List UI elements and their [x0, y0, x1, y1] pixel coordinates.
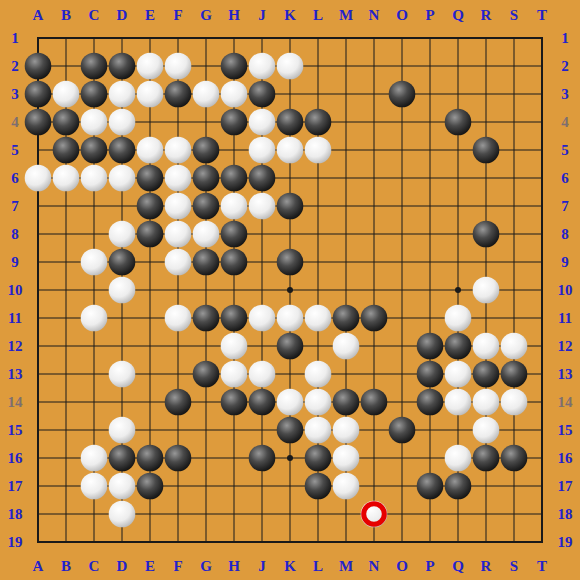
stone-white-K11 [277, 305, 304, 332]
col-label-top-H: H [228, 7, 240, 23]
stone-white-F9 [165, 249, 192, 276]
row-label-left-12: 12 [8, 338, 23, 354]
last-move-N18 [361, 501, 388, 528]
row-label-right-16: 16 [558, 450, 574, 466]
stone-black-J6 [249, 165, 276, 192]
stone-white-G8 [193, 221, 220, 248]
stone-white-R10 [473, 277, 500, 304]
col-label-bottom-R: R [481, 558, 492, 574]
stone-black-B4 [53, 109, 80, 136]
row-label-left-2: 2 [11, 58, 19, 74]
stone-black-S13 [501, 361, 528, 388]
col-label-bottom-P: P [425, 558, 434, 574]
col-label-bottom-S: S [510, 558, 518, 574]
row-label-right-8: 8 [561, 226, 569, 242]
stone-white-E2 [137, 53, 164, 80]
stone-black-H14 [221, 389, 248, 416]
col-label-top-K: K [284, 7, 296, 23]
col-label-top-M: M [339, 7, 353, 23]
stone-white-M15 [333, 417, 360, 444]
stone-white-S14 [501, 389, 528, 416]
stone-white-H3 [221, 81, 248, 108]
col-label-top-Q: Q [452, 7, 464, 23]
stone-black-C2 [81, 53, 108, 80]
row-label-right-6: 6 [561, 170, 569, 186]
col-label-bottom-D: D [117, 558, 128, 574]
stone-black-R5 [473, 137, 500, 164]
stone-white-J4 [249, 109, 276, 136]
stone-black-G9 [193, 249, 220, 276]
row-label-right-15: 15 [558, 422, 573, 438]
row-label-right-9: 9 [561, 254, 569, 270]
stone-white-D8 [109, 221, 136, 248]
stone-white-D15 [109, 417, 136, 444]
row-label-right-11: 11 [558, 310, 572, 326]
stone-black-J14 [249, 389, 276, 416]
stone-white-F5 [165, 137, 192, 164]
stone-black-P13 [417, 361, 444, 388]
stone-black-H9 [221, 249, 248, 276]
row-label-right-7: 7 [561, 198, 569, 214]
stone-white-K5 [277, 137, 304, 164]
stone-black-L4 [305, 109, 332, 136]
stone-white-J13 [249, 361, 276, 388]
stone-black-O3 [389, 81, 416, 108]
col-label-bottom-O: O [396, 558, 408, 574]
col-label-top-O: O [396, 7, 408, 23]
row-label-left-13: 13 [8, 366, 23, 382]
stone-white-D3 [109, 81, 136, 108]
stone-white-H12 [221, 333, 248, 360]
row-label-left-17: 17 [8, 478, 24, 494]
stone-white-M16 [333, 445, 360, 472]
stone-white-F2 [165, 53, 192, 80]
stone-white-D17 [109, 473, 136, 500]
col-label-bottom-B: B [61, 558, 71, 574]
stone-black-K9 [277, 249, 304, 276]
stone-black-A2 [25, 53, 52, 80]
stone-black-H8 [221, 221, 248, 248]
stone-white-L13 [305, 361, 332, 388]
stone-black-P14 [417, 389, 444, 416]
row-label-right-5: 5 [561, 142, 569, 158]
star-point [287, 287, 293, 293]
col-label-bottom-E: E [145, 558, 155, 574]
stone-white-E3 [137, 81, 164, 108]
col-label-top-C: C [89, 7, 100, 23]
row-label-left-7: 7 [11, 198, 19, 214]
stone-black-H11 [221, 305, 248, 332]
stone-black-E16 [137, 445, 164, 472]
col-label-bottom-J: J [258, 558, 266, 574]
stone-black-P12 [417, 333, 444, 360]
col-label-top-R: R [481, 7, 492, 23]
row-label-left-6: 6 [11, 170, 19, 186]
col-label-bottom-A: A [33, 558, 44, 574]
row-label-left-16: 16 [8, 450, 24, 466]
stone-black-L16 [305, 445, 332, 472]
stone-black-R13 [473, 361, 500, 388]
stone-white-F11 [165, 305, 192, 332]
stone-white-Q16 [445, 445, 472, 472]
stone-black-D5 [109, 137, 136, 164]
col-label-bottom-L: L [313, 558, 323, 574]
stone-black-P17 [417, 473, 444, 500]
stone-white-L11 [305, 305, 332, 332]
col-label-bottom-T: T [537, 558, 547, 574]
col-label-bottom-M: M [339, 558, 353, 574]
col-label-top-J: J [258, 7, 266, 23]
col-label-bottom-Q: Q [452, 558, 464, 574]
stone-black-L17 [305, 473, 332, 500]
stone-white-E5 [137, 137, 164, 164]
stone-black-F14 [165, 389, 192, 416]
row-label-right-1: 1 [561, 30, 569, 46]
col-label-top-A: A [33, 7, 44, 23]
row-label-left-3: 3 [11, 86, 19, 102]
col-label-bottom-G: G [200, 558, 212, 574]
stone-black-R8 [473, 221, 500, 248]
col-label-bottom-K: K [284, 558, 296, 574]
row-label-left-11: 11 [8, 310, 22, 326]
stone-white-B3 [53, 81, 80, 108]
col-label-bottom-H: H [228, 558, 240, 574]
stone-white-C6 [81, 165, 108, 192]
stone-black-D16 [109, 445, 136, 472]
col-label-bottom-N: N [369, 558, 380, 574]
stone-black-A3 [25, 81, 52, 108]
row-label-left-5: 5 [11, 142, 19, 158]
stone-white-H13 [221, 361, 248, 388]
stone-white-D10 [109, 277, 136, 304]
stone-white-K14 [277, 389, 304, 416]
stone-black-S16 [501, 445, 528, 472]
stone-black-D2 [109, 53, 136, 80]
row-label-right-10: 10 [558, 282, 573, 298]
stone-black-N14 [361, 389, 388, 416]
stone-white-D13 [109, 361, 136, 388]
stone-black-E17 [137, 473, 164, 500]
stone-black-Q12 [445, 333, 472, 360]
stone-black-E7 [137, 193, 164, 220]
stone-black-E8 [137, 221, 164, 248]
stone-white-G3 [193, 81, 220, 108]
stone-black-H6 [221, 165, 248, 192]
go-board-app: AA11BB22CC33DD44EE55FF66GG77HH88JJ99KK10… [0, 0, 580, 580]
stone-white-S12 [501, 333, 528, 360]
stone-white-D4 [109, 109, 136, 136]
row-label-left-9: 9 [11, 254, 19, 270]
row-label-left-14: 14 [8, 394, 24, 410]
stone-black-H4 [221, 109, 248, 136]
stone-white-L15 [305, 417, 332, 444]
stone-white-B6 [53, 165, 80, 192]
col-label-top-D: D [117, 7, 128, 23]
stone-black-N11 [361, 305, 388, 332]
col-label-top-B: B [61, 7, 71, 23]
stone-black-F16 [165, 445, 192, 472]
stone-black-E6 [137, 165, 164, 192]
stone-black-K4 [277, 109, 304, 136]
stone-white-D6 [109, 165, 136, 192]
row-label-left-19: 19 [8, 534, 23, 550]
stone-white-R15 [473, 417, 500, 444]
row-label-right-12: 12 [558, 338, 573, 354]
row-label-left-18: 18 [8, 506, 23, 522]
row-label-right-19: 19 [558, 534, 573, 550]
row-label-right-2: 2 [561, 58, 569, 74]
row-label-right-4: 4 [561, 114, 569, 130]
stone-black-H2 [221, 53, 248, 80]
stone-black-O15 [389, 417, 416, 444]
row-label-right-3: 3 [561, 86, 569, 102]
stone-white-R12 [473, 333, 500, 360]
stone-black-G11 [193, 305, 220, 332]
stone-white-C16 [81, 445, 108, 472]
row-label-right-18: 18 [558, 506, 573, 522]
go-board[interactable]: AA11BB22CC33DD44EE55FF66GG77HH88JJ99KK10… [0, 0, 580, 580]
stone-white-J7 [249, 193, 276, 220]
row-label-right-13: 13 [558, 366, 573, 382]
row-label-left-4: 4 [11, 114, 19, 130]
col-label-top-G: G [200, 7, 212, 23]
col-label-top-E: E [145, 7, 155, 23]
row-label-left-15: 15 [8, 422, 23, 438]
stone-black-K7 [277, 193, 304, 220]
stone-white-Q13 [445, 361, 472, 388]
stone-black-G7 [193, 193, 220, 220]
row-label-left-8: 8 [11, 226, 19, 242]
stone-black-Q4 [445, 109, 472, 136]
stone-white-M17 [333, 473, 360, 500]
stone-black-M14 [333, 389, 360, 416]
col-label-top-L: L [313, 7, 323, 23]
star-point [455, 287, 461, 293]
col-label-top-N: N [369, 7, 380, 23]
col-label-top-F: F [173, 7, 182, 23]
stone-black-R16 [473, 445, 500, 472]
stone-white-Q11 [445, 305, 472, 332]
stone-white-H7 [221, 193, 248, 220]
stone-black-K12 [277, 333, 304, 360]
stone-black-J3 [249, 81, 276, 108]
stone-black-C3 [81, 81, 108, 108]
stone-black-G6 [193, 165, 220, 192]
stone-white-C11 [81, 305, 108, 332]
stone-black-G13 [193, 361, 220, 388]
stone-white-R14 [473, 389, 500, 416]
stone-white-L14 [305, 389, 332, 416]
col-label-top-P: P [425, 7, 434, 23]
stone-white-Q14 [445, 389, 472, 416]
stone-white-A6 [25, 165, 52, 192]
stone-white-C17 [81, 473, 108, 500]
stone-black-G5 [193, 137, 220, 164]
stone-white-J2 [249, 53, 276, 80]
stone-white-L5 [305, 137, 332, 164]
col-label-bottom-C: C [89, 558, 100, 574]
stone-white-D18 [109, 501, 136, 528]
stone-black-D9 [109, 249, 136, 276]
stone-white-F8 [165, 221, 192, 248]
stone-white-J11 [249, 305, 276, 332]
stone-black-F3 [165, 81, 192, 108]
stone-white-C4 [81, 109, 108, 136]
stone-black-K15 [277, 417, 304, 444]
col-label-bottom-F: F [173, 558, 182, 574]
stone-black-A4 [25, 109, 52, 136]
stone-black-B5 [53, 137, 80, 164]
row-label-left-1: 1 [11, 30, 19, 46]
stone-white-J5 [249, 137, 276, 164]
row-label-right-17: 17 [558, 478, 574, 494]
stone-white-M12 [333, 333, 360, 360]
stone-black-C5 [81, 137, 108, 164]
star-point [287, 455, 293, 461]
stone-white-F7 [165, 193, 192, 220]
stone-white-F6 [165, 165, 192, 192]
stone-white-K2 [277, 53, 304, 80]
stone-black-J16 [249, 445, 276, 472]
row-label-right-14: 14 [558, 394, 574, 410]
stone-black-M11 [333, 305, 360, 332]
stone-black-Q17 [445, 473, 472, 500]
col-label-top-T: T [537, 7, 547, 23]
col-label-top-S: S [510, 7, 518, 23]
stone-white-C9 [81, 249, 108, 276]
row-label-left-10: 10 [8, 282, 23, 298]
